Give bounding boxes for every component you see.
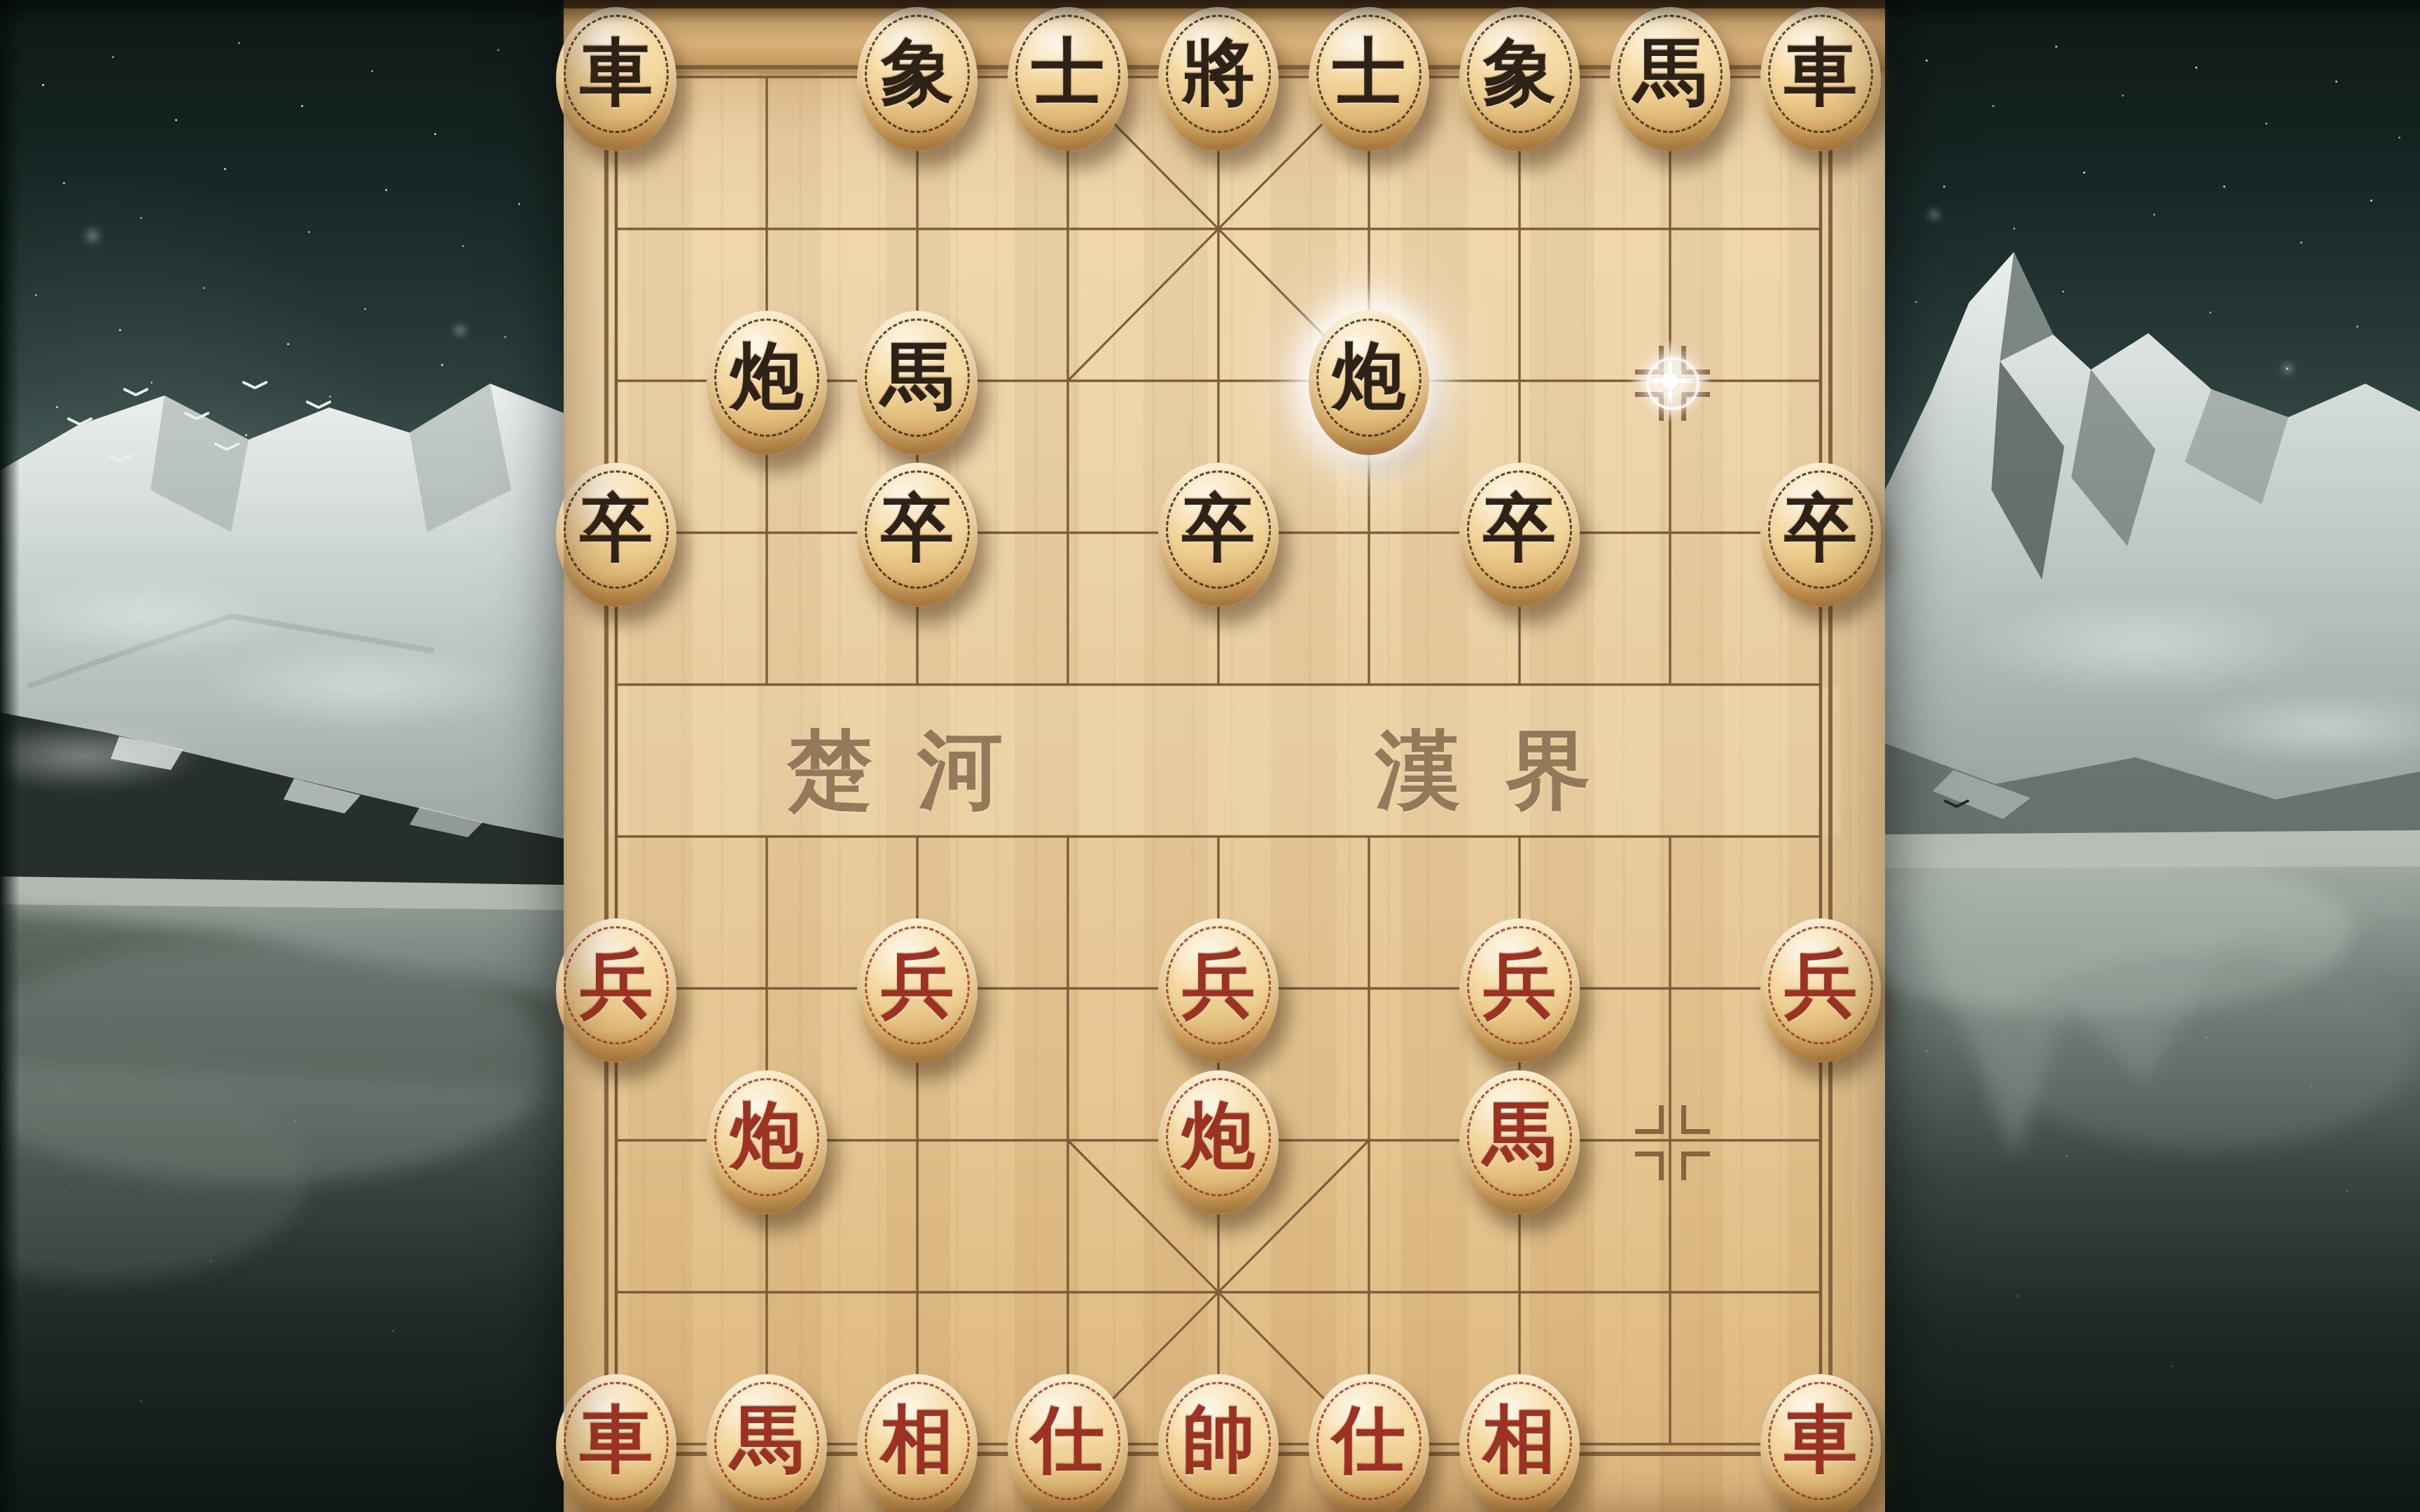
piece-red-soldier-86[interactable]: 兵 — [1760, 918, 1881, 1063]
piece-character: 仕 — [1031, 1403, 1104, 1476]
piece-red-advisor-59[interactable]: 仕 — [1309, 1374, 1429, 1512]
piece-character: 兵 — [580, 947, 653, 1020]
piece-character: 卒 — [1182, 491, 1255, 564]
piece-character: 士 — [1031, 36, 1104, 108]
piece-red-advisor-39[interactable]: 仕 — [1008, 1374, 1128, 1512]
piece-red-soldier-06[interactable]: 兵 — [556, 918, 676, 1063]
app-screen: 楚河 漢界 車象士將士象馬車炮馬炮卒卒卒卒卒兵兵兵兵兵炮炮馬車馬相仕帥仕相車 — [0, 0, 2420, 1512]
piece-red-chariot-09[interactable]: 車 — [556, 1374, 676, 1512]
bird-icon — [183, 414, 210, 423]
piece-character: 車 — [1784, 36, 1857, 108]
piece-character: 馬 — [1483, 1099, 1556, 1172]
piece-character: 馬 — [730, 1403, 803, 1476]
piece-black-horse-70[interactable]: 馬 — [1610, 7, 1730, 151]
piece-black-soldier-63[interactable]: 卒 — [1459, 463, 1580, 607]
bird-icon — [242, 384, 268, 392]
bird-icon — [214, 445, 240, 454]
piece-red-cannon-17[interactable]: 炮 — [707, 1070, 827, 1214]
piece-character: 帥 — [1182, 1403, 1255, 1476]
piece-character: 兵 — [1182, 947, 1255, 1020]
piece-red-elephant-69[interactable]: 相 — [1459, 1374, 1580, 1512]
piece-red-horse-67[interactable]: 馬 — [1459, 1070, 1580, 1214]
bird-icon — [67, 420, 93, 428]
xiangqi-board[interactable]: 楚河 漢界 車象士將士象馬車炮馬炮卒卒卒卒卒兵兵兵兵兵炮炮馬車馬相仕帥仕相車 — [564, 0, 1885, 1512]
piece-black-elephant-20[interactable]: 象 — [857, 7, 978, 151]
piece-character: 卒 — [1483, 491, 1556, 564]
piece-character: 馬 — [1634, 36, 1706, 108]
piece-red-soldier-46[interactable]: 兵 — [1158, 918, 1279, 1063]
river-label-right: 漢界 — [1295, 714, 1716, 829]
piece-black-cannon-12[interactable]: 炮 — [707, 311, 827, 455]
piece-black-chariot-80[interactable]: 車 — [1760, 7, 1881, 151]
river-label-left: 楚河 — [707, 714, 1127, 829]
cloud — [1961, 591, 2325, 696]
piece-character: 象 — [881, 36, 954, 108]
piece-character: 卒 — [881, 491, 954, 564]
piece-black-advisor-30[interactable]: 士 — [1008, 7, 1128, 151]
cloud — [0, 574, 294, 658]
piece-black-general-40[interactable]: 將 — [1158, 7, 1279, 151]
left-screen-shadow — [0, 0, 20, 1512]
piece-character: 相 — [881, 1403, 954, 1476]
piece-character: 兵 — [1784, 947, 1857, 1020]
piece-character: 兵 — [1483, 947, 1556, 1020]
piece-character: 炮 — [730, 1099, 803, 1172]
piece-character: 將 — [1182, 36, 1255, 108]
piece-black-chariot-00[interactable]: 車 — [556, 7, 676, 151]
piece-character: 兵 — [881, 947, 954, 1020]
piece-character: 相 — [1483, 1403, 1556, 1476]
cloud — [196, 640, 532, 731]
top-vignette — [0, 0, 2420, 24]
piece-black-cannon-52[interactable]: 炮 — [1309, 311, 1429, 455]
piece-black-soldier-03[interactable]: 卒 — [556, 463, 676, 607]
piece-character: 士 — [1333, 36, 1405, 108]
piece-black-horse-22[interactable]: 馬 — [857, 311, 978, 455]
piece-character: 象 — [1483, 36, 1556, 108]
piece-red-cannon-47[interactable]: 炮 — [1158, 1070, 1279, 1214]
piece-black-soldier-43[interactable]: 卒 — [1158, 463, 1279, 607]
piece-character: 卒 — [1784, 491, 1857, 564]
piece-character: 馬 — [881, 339, 954, 412]
bird-silhouette-icon — [1943, 802, 1970, 811]
piece-red-soldier-66[interactable]: 兵 — [1459, 918, 1580, 1063]
piece-character: 卒 — [580, 491, 653, 564]
piece-character: 車 — [580, 1403, 653, 1476]
piece-black-elephant-60[interactable]: 象 — [1459, 7, 1580, 151]
piece-red-chariot-89[interactable]: 車 — [1760, 1374, 1881, 1512]
piece-black-advisor-50[interactable]: 士 — [1309, 7, 1429, 151]
piece-red-horse-19[interactable]: 馬 — [707, 1374, 827, 1512]
piece-character: 炮 — [1182, 1099, 1255, 1172]
piece-black-soldier-23[interactable]: 卒 — [857, 463, 978, 607]
piece-character: 炮 — [730, 339, 803, 412]
bird-icon — [106, 456, 133, 465]
piece-character: 車 — [1784, 1403, 1857, 1476]
bird-icon — [305, 403, 332, 412]
piece-character: 車 — [580, 36, 653, 108]
piece-black-soldier-83[interactable]: 卒 — [1760, 463, 1881, 607]
piece-red-general-49[interactable]: 帥 — [1158, 1374, 1279, 1512]
piece-character: 仕 — [1333, 1403, 1405, 1476]
piece-character: 炮 — [1333, 339, 1405, 412]
bird-icon — [123, 391, 149, 399]
piece-red-elephant-29[interactable]: 相 — [857, 1374, 978, 1512]
piece-red-soldier-26[interactable]: 兵 — [857, 918, 978, 1063]
